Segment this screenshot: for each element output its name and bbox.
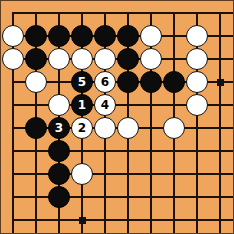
intersection xyxy=(209,186,232,209)
intersection xyxy=(140,209,163,232)
intersection xyxy=(48,140,71,163)
intersection xyxy=(25,48,48,71)
intersection xyxy=(2,117,25,140)
intersection xyxy=(48,25,71,48)
intersection xyxy=(48,71,71,94)
intersection xyxy=(117,48,140,71)
white-stone-move-2: 2 xyxy=(71,117,93,139)
white-stone xyxy=(186,71,208,93)
white-stone xyxy=(71,163,93,185)
go-board: 561432 xyxy=(2,2,232,232)
intersection xyxy=(25,2,48,25)
intersection xyxy=(140,71,163,94)
intersection xyxy=(140,186,163,209)
intersection xyxy=(71,163,94,186)
white-stone xyxy=(71,48,93,70)
intersection xyxy=(186,163,209,186)
intersection xyxy=(163,25,186,48)
black-stone xyxy=(48,163,70,185)
intersection xyxy=(2,2,25,25)
intersection xyxy=(140,163,163,186)
intersection xyxy=(48,48,71,71)
intersection xyxy=(186,94,209,117)
intersection xyxy=(209,94,232,117)
intersection xyxy=(163,71,186,94)
black-stone xyxy=(163,71,185,93)
intersection xyxy=(117,140,140,163)
black-stone xyxy=(48,25,70,47)
intersection xyxy=(117,2,140,25)
white-stone xyxy=(186,25,208,47)
intersection xyxy=(117,209,140,232)
intersection xyxy=(94,2,117,25)
intersection: 2 xyxy=(71,117,94,140)
intersection xyxy=(117,25,140,48)
black-stone-move-5: 5 xyxy=(71,71,93,93)
intersection xyxy=(25,140,48,163)
intersection xyxy=(2,186,25,209)
intersection xyxy=(71,209,94,232)
intersection xyxy=(2,71,25,94)
star-point xyxy=(217,79,224,86)
intersection xyxy=(48,186,71,209)
intersection xyxy=(2,25,25,48)
intersection xyxy=(94,186,117,209)
intersection xyxy=(48,163,71,186)
intersection xyxy=(209,71,232,94)
intersection xyxy=(48,94,71,117)
intersection xyxy=(186,25,209,48)
black-stone-move-3: 3 xyxy=(48,117,70,139)
intersection xyxy=(209,2,232,25)
white-stone xyxy=(2,25,24,47)
white-stone xyxy=(186,94,208,116)
intersection xyxy=(94,117,117,140)
black-stone xyxy=(48,186,70,208)
black-stone xyxy=(117,71,139,93)
intersection xyxy=(94,48,117,71)
intersection xyxy=(209,163,232,186)
intersection xyxy=(71,2,94,25)
intersection xyxy=(117,71,140,94)
intersection xyxy=(71,25,94,48)
black-stone xyxy=(117,48,139,70)
intersection xyxy=(209,48,232,71)
intersection xyxy=(25,117,48,140)
intersection xyxy=(94,163,117,186)
white-stone xyxy=(2,48,24,70)
intersection xyxy=(163,186,186,209)
white-stone-move-4: 4 xyxy=(94,94,116,116)
white-stone xyxy=(94,117,116,139)
black-stone xyxy=(117,25,139,47)
intersection xyxy=(163,140,186,163)
intersection xyxy=(140,25,163,48)
white-stone-move-6: 6 xyxy=(94,71,116,93)
intersection: 5 xyxy=(71,71,94,94)
intersection xyxy=(209,117,232,140)
intersection xyxy=(186,117,209,140)
intersection xyxy=(48,2,71,25)
intersection xyxy=(71,140,94,163)
intersection xyxy=(117,186,140,209)
intersection: 1 xyxy=(71,94,94,117)
intersection: 6 xyxy=(94,71,117,94)
black-stone xyxy=(71,25,93,47)
white-stone xyxy=(140,25,162,47)
intersection: 3 xyxy=(48,117,71,140)
intersection xyxy=(117,117,140,140)
intersection xyxy=(140,48,163,71)
intersection xyxy=(94,25,117,48)
intersection xyxy=(163,2,186,25)
intersection: 4 xyxy=(94,94,117,117)
intersection xyxy=(209,25,232,48)
star-point xyxy=(79,217,86,224)
intersection xyxy=(163,163,186,186)
black-stone-move-1: 1 xyxy=(71,94,93,116)
intersection xyxy=(163,48,186,71)
intersection xyxy=(163,209,186,232)
intersection xyxy=(140,2,163,25)
white-stone xyxy=(48,94,70,116)
intersection xyxy=(186,71,209,94)
intersection xyxy=(117,163,140,186)
black-stone xyxy=(25,25,47,47)
intersection xyxy=(48,209,71,232)
intersection xyxy=(25,25,48,48)
intersection xyxy=(2,163,25,186)
intersection xyxy=(25,163,48,186)
intersection xyxy=(94,209,117,232)
intersection xyxy=(71,48,94,71)
intersection xyxy=(140,140,163,163)
white-stone xyxy=(117,117,139,139)
intersection xyxy=(209,209,232,232)
intersection xyxy=(163,94,186,117)
intersection xyxy=(140,94,163,117)
intersection xyxy=(71,186,94,209)
white-stone xyxy=(48,48,70,70)
intersection xyxy=(186,209,209,232)
white-stone xyxy=(163,117,185,139)
intersection xyxy=(209,140,232,163)
white-stone xyxy=(94,48,116,70)
intersection xyxy=(25,209,48,232)
intersection xyxy=(25,186,48,209)
intersection xyxy=(186,186,209,209)
black-stone xyxy=(94,25,116,47)
intersection xyxy=(2,209,25,232)
intersection xyxy=(94,140,117,163)
white-stone xyxy=(25,71,47,93)
black-stone xyxy=(25,48,47,70)
black-stone xyxy=(48,140,70,162)
intersection xyxy=(186,140,209,163)
black-stone xyxy=(140,71,162,93)
intersection xyxy=(140,117,163,140)
intersection xyxy=(163,117,186,140)
go-diagram: 561432 xyxy=(0,0,234,234)
intersection xyxy=(186,2,209,25)
black-stone xyxy=(25,117,47,139)
intersection xyxy=(117,94,140,117)
intersection xyxy=(25,94,48,117)
intersection xyxy=(2,140,25,163)
intersection xyxy=(25,71,48,94)
white-stone xyxy=(186,48,208,70)
intersection xyxy=(2,48,25,71)
intersection xyxy=(2,94,25,117)
intersection xyxy=(186,48,209,71)
white-stone xyxy=(140,48,162,70)
